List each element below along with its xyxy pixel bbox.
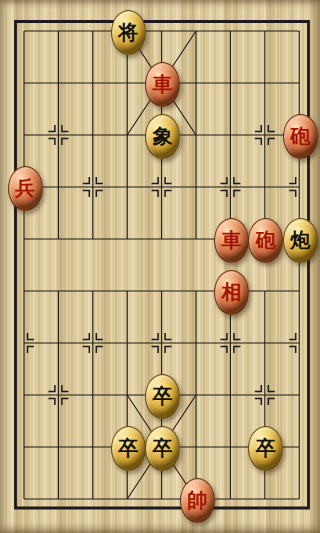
piece-red-chariot-a[interactable]: 車 (145, 62, 180, 107)
piece-black-general[interactable]: 将 (111, 10, 146, 55)
xiangqi-game-screen: 将車象砲兵車砲炮相卒卒卒卒帥 (0, 0, 320, 533)
piece-black-soldier-d[interactable]: 卒 (248, 426, 283, 471)
piece-red-cannon-a[interactable]: 砲 (283, 114, 318, 159)
piece-black-cannon[interactable]: 炮 (283, 218, 318, 263)
piece-red-cannon-b[interactable]: 砲 (248, 218, 283, 263)
piece-red-soldier[interactable]: 兵 (8, 166, 43, 211)
piece-black-elephant[interactable]: 象 (145, 114, 180, 159)
piece-black-soldier-b[interactable]: 卒 (111, 426, 146, 471)
piece-red-elephant[interactable]: 相 (214, 270, 249, 315)
piece-red-general[interactable]: 帥 (180, 478, 215, 523)
piece-black-soldier-a[interactable]: 卒 (145, 374, 180, 419)
piece-red-chariot-b[interactable]: 車 (214, 218, 249, 263)
piece-black-soldier-c[interactable]: 卒 (145, 426, 180, 471)
pieces-layer: 将車象砲兵車砲炮相卒卒卒卒帥 (0, 0, 320, 533)
